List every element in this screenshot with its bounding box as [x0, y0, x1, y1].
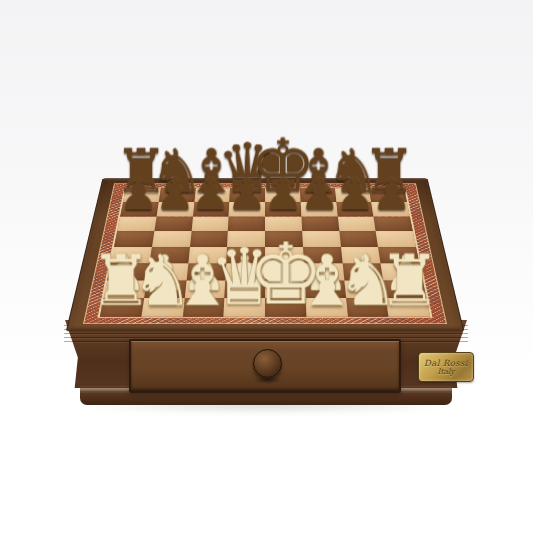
piece-dark-pawn[interactable]: ♟	[119, 172, 159, 216]
square-h6[interactable]	[374, 216, 413, 231]
chess-set-photo: Dal Rossi Italy ♜♞♝♛♚♝♞♜♟♟♟♟♟♟♟♟♟♟♟♟♟♟♟♟…	[0, 0, 533, 533]
square-a6[interactable]	[117, 216, 156, 231]
square-b6[interactable]	[154, 216, 192, 231]
piece-dark-pawn[interactable]: ♟	[191, 172, 231, 216]
chess-board: ♜♞♝♛♚♝♞♜♟♟♟♟♟♟♟♟♟♟♟♟♟♟♟♟♜♞♝♛♚♝♞♜	[66, 178, 464, 331]
board-grid: ♜♞♝♛♚♝♞♜♟♟♟♟♟♟♟♟♟♟♟♟♟♟♟♟♜♞♝♛♚♝♞♜	[97, 187, 432, 317]
board-scene: ♜♞♝♛♚♝♞♜♟♟♟♟♟♟♟♟♟♟♟♟♟♟♟♟♜♞♝♛♚♝♞♜	[0, 0, 533, 533]
square-a7[interactable]: ♟	[120, 202, 158, 216]
square-d7[interactable]: ♟	[229, 202, 265, 216]
piece-dark-pawn[interactable]: ♟	[155, 172, 195, 216]
piece-white-rook[interactable]: ♜	[378, 246, 441, 316]
piece-dark-pawn[interactable]: ♟	[372, 172, 412, 216]
square-e7[interactable]: ♟	[265, 202, 301, 216]
square-f7[interactable]: ♟	[300, 202, 337, 216]
square-g6[interactable]	[337, 216, 375, 231]
piece-dark-pawn[interactable]: ♟	[227, 172, 267, 216]
square-b7[interactable]: ♟	[156, 202, 194, 216]
square-c7[interactable]: ♟	[193, 202, 230, 216]
piece-dark-pawn[interactable]: ♟	[336, 172, 376, 216]
square-h1[interactable]: ♜	[386, 298, 430, 317]
square-h7[interactable]: ♟	[371, 202, 409, 216]
piece-dark-pawn[interactable]: ♟	[263, 172, 303, 216]
square-c6[interactable]	[191, 216, 229, 231]
decorative-mosaic-border: ♜♞♝♛♚♝♞♜♟♟♟♟♟♟♟♟♟♟♟♟♟♟♟♟♜♞♝♛♚♝♞♜	[83, 183, 447, 324]
piece-dark-pawn[interactable]: ♟	[300, 172, 340, 216]
square-g7[interactable]: ♟	[336, 202, 374, 216]
